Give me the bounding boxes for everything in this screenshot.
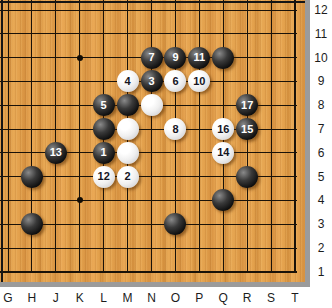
grid-hline-4 (0, 200, 297, 201)
grid-hline-3 (0, 224, 297, 225)
row-label-6: 6 (318, 147, 325, 159)
stone-white-N8[interactable] (141, 94, 163, 116)
move-number-label: 4 (125, 76, 131, 87)
column-label-G: G (3, 292, 12, 304)
move-number-label: 8 (172, 124, 178, 135)
grid-vline-P (199, 0, 200, 273)
stone-white-O7[interactable]: 8 (164, 118, 186, 140)
stone-black-L7[interactable] (93, 118, 115, 140)
stone-white-M7[interactable] (117, 118, 139, 140)
column-label-N: N (147, 292, 156, 304)
move-number-label: 11 (194, 52, 206, 63)
go-board-viewer: 7911436105178161513114122 12111098765432… (0, 0, 332, 308)
stone-white-L5[interactable]: 12 (93, 166, 115, 188)
move-number-label: 15 (241, 124, 253, 135)
grid-hline-2 (0, 248, 297, 249)
stone-black-R5[interactable] (236, 166, 258, 188)
grid-vline-S (271, 0, 272, 273)
row-coordinate-strip: 121110987654321 (310, 0, 332, 282)
column-coordinate-strip: GHJKLMNOPQRST (0, 287, 310, 308)
move-number-label: 2 (125, 171, 131, 182)
row-label-11: 11 (315, 28, 327, 40)
move-number-label: 3 (148, 76, 154, 87)
row-label-1: 1 (318, 266, 325, 278)
stone-white-Q7[interactable]: 16 (212, 118, 234, 140)
row-label-2: 2 (318, 242, 325, 254)
move-number-label: 10 (193, 76, 205, 87)
grid-vline-N (151, 0, 152, 273)
stone-black-O10[interactable]: 9 (164, 47, 186, 69)
row-label-12: 12 (314, 4, 327, 16)
stone-black-N9[interactable]: 3 (141, 70, 163, 92)
move-number-label: 13 (50, 147, 62, 158)
stone-black-R7[interactable]: 15 (236, 118, 258, 140)
stone-white-M6[interactable] (117, 142, 139, 164)
move-number-label: 12 (98, 171, 110, 182)
column-label-T: T (291, 292, 298, 304)
stone-black-H3[interactable] (21, 213, 43, 235)
stone-black-H5[interactable] (21, 166, 43, 188)
stone-white-Q6[interactable]: 14 (212, 142, 234, 164)
stone-white-M9[interactable]: 4 (117, 70, 139, 92)
row-label-3: 3 (318, 218, 325, 230)
move-number-label: 9 (172, 52, 178, 63)
row-label-7: 7 (318, 123, 325, 135)
grid-vline-K (79, 0, 80, 273)
column-label-R: R (243, 292, 252, 304)
grid-vline-T (294, 0, 296, 273)
board-crop-edge-left (1, 0, 3, 282)
stone-black-Q4[interactable] (212, 189, 234, 211)
stone-black-P10[interactable]: 11 (188, 47, 210, 69)
column-label-Q: Q (219, 292, 228, 304)
move-number-label: 17 (241, 100, 253, 111)
stone-black-Q10[interactable] (212, 47, 234, 69)
stone-black-L6[interactable]: 1 (93, 142, 115, 164)
star-point-K4 (77, 197, 83, 203)
stone-black-R8[interactable]: 17 (236, 94, 258, 116)
row-label-10: 10 (314, 52, 327, 64)
row-label-9: 9 (318, 75, 325, 87)
move-number-label: 1 (101, 147, 107, 158)
row-label-4: 4 (318, 194, 325, 206)
move-number-label: 7 (148, 52, 154, 63)
column-label-P: P (195, 292, 203, 304)
stone-black-O3[interactable] (164, 213, 186, 235)
grid-hline-11 (0, 33, 297, 34)
move-number-label: 6 (172, 76, 178, 87)
column-label-K: K (76, 292, 84, 304)
move-number-label: 5 (101, 100, 107, 111)
move-number-label: 14 (217, 147, 229, 158)
column-label-H: H (28, 292, 37, 304)
grid-vline-J (55, 0, 56, 273)
row-label-8: 8 (318, 99, 325, 111)
column-label-L: L (100, 292, 107, 304)
go-board[interactable]: 7911436105178161513114122 (0, 0, 305, 282)
column-label-J: J (53, 292, 59, 304)
board-crop-edge-top (0, 1, 305, 3)
grid-hline-1 (0, 271, 297, 273)
stone-black-M8[interactable] (117, 94, 139, 116)
column-label-M: M (123, 292, 133, 304)
stone-black-N10[interactable]: 7 (141, 47, 163, 69)
stone-white-O9[interactable]: 6 (164, 70, 186, 92)
column-label-S: S (267, 292, 275, 304)
move-number-label: 16 (217, 124, 229, 135)
stone-white-P9[interactable]: 10 (188, 70, 210, 92)
stone-white-M5[interactable]: 2 (117, 166, 139, 188)
star-point-K10 (77, 55, 83, 61)
column-label-O: O (171, 292, 180, 304)
row-label-5: 5 (318, 171, 325, 183)
stone-black-L8[interactable]: 5 (93, 94, 115, 116)
grid-hline-12 (0, 10, 297, 11)
stone-black-J6[interactable]: 13 (45, 142, 67, 164)
grid-vline-G (8, 0, 9, 273)
